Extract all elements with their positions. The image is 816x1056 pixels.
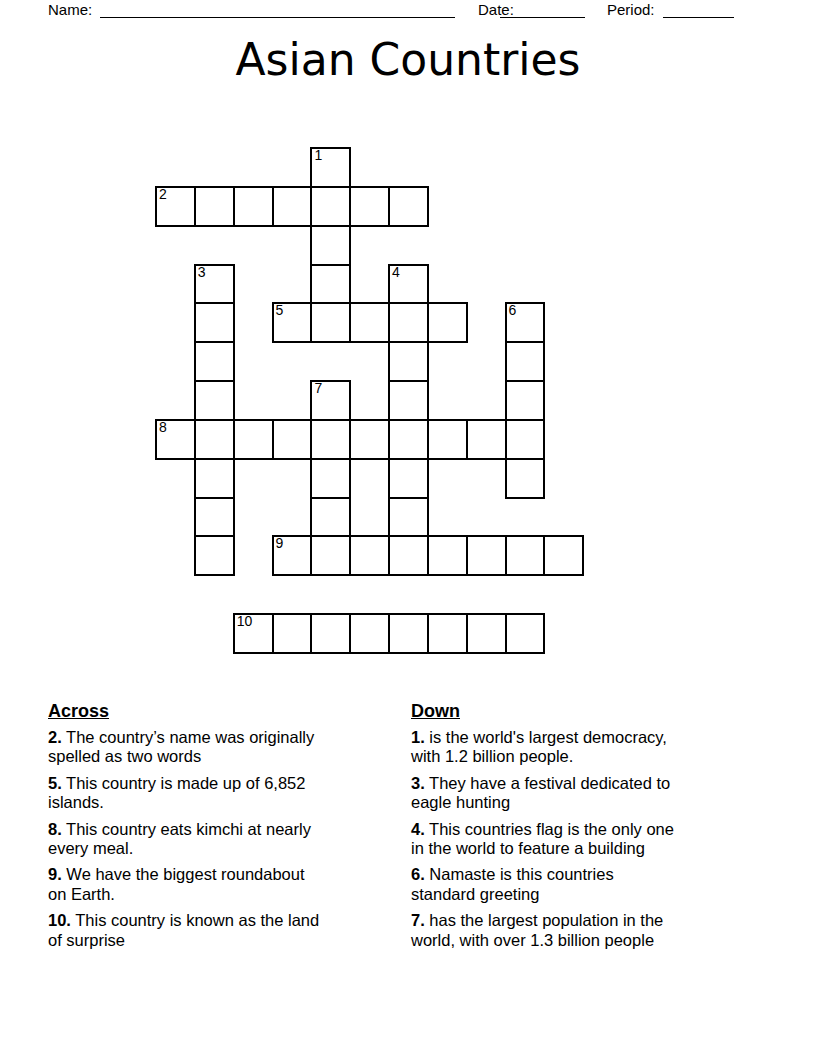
clue-number: 3: [198, 266, 206, 279]
crossword-cell[interactable]: [506, 342, 545, 381]
blocked-cell: [350, 459, 389, 498]
crossword-cell[interactable]: [350, 187, 389, 226]
blocked-cell: [156, 575, 195, 614]
blocked-cell: [506, 148, 545, 187]
blocked-cell: [273, 498, 312, 537]
crossword-cell[interactable]: [389, 381, 428, 420]
crossword-cell[interactable]: [389, 614, 428, 653]
blocked-cell: [350, 498, 389, 537]
crossword-cell[interactable]: 5: [273, 303, 312, 342]
blocked-cell: [350, 226, 389, 265]
crossword-cell[interactable]: [506, 536, 545, 575]
clue-across-2: 2. The country’s name was originallyspel…: [48, 728, 398, 767]
crossword-cell[interactable]: [234, 187, 273, 226]
blocked-cell: [234, 381, 273, 420]
clue-number-label: 4.: [411, 820, 425, 838]
crossword-cell[interactable]: [195, 303, 234, 342]
crossword-cell[interactable]: [428, 303, 467, 342]
crossword-cell[interactable]: [311, 226, 350, 265]
clue-number-label: 5.: [48, 774, 62, 792]
blocked-cell: [195, 148, 234, 187]
blocked-cell: [389, 575, 428, 614]
blocked-cell: [234, 148, 273, 187]
crossword-cell[interactable]: [389, 536, 428, 575]
crossword-cell[interactable]: [273, 420, 312, 459]
crossword-cell[interactable]: [311, 265, 350, 304]
crossword-grid: 12345678910: [156, 148, 583, 653]
blocked-cell: [273, 265, 312, 304]
blocked-cell: [428, 381, 467, 420]
blocked-cell: [428, 187, 467, 226]
crossword-cell[interactable]: [195, 187, 234, 226]
clue-down-3: 3. They have a festival dedicated toeagl…: [411, 774, 796, 813]
blocked-cell: [544, 498, 583, 537]
blocked-cell: [389, 226, 428, 265]
blocked-cell: [389, 148, 428, 187]
crossword-cell[interactable]: [311, 420, 350, 459]
blocked-cell: [156, 303, 195, 342]
blocked-cell: [428, 459, 467, 498]
crossword-cell[interactable]: [467, 614, 506, 653]
blocked-cell: [156, 381, 195, 420]
blocked-cell: [428, 148, 467, 187]
down-heading: Down: [411, 701, 796, 722]
blocked-cell: [544, 614, 583, 653]
crossword-cell[interactable]: [389, 420, 428, 459]
blocked-cell: [156, 498, 195, 537]
clue-number-label: 3.: [411, 774, 425, 792]
blocked-cell: [467, 226, 506, 265]
blocked-cell: [428, 265, 467, 304]
blocked-cell: [506, 498, 545, 537]
crossword-cell[interactable]: [389, 187, 428, 226]
clue-number: 4: [392, 266, 400, 279]
crossword-cell[interactable]: [311, 498, 350, 537]
blocked-cell: [544, 148, 583, 187]
crossword-cell[interactable]: [195, 498, 234, 537]
clue-across-5: 5. This country is made up of 6,852islan…: [48, 774, 398, 813]
blocked-cell: [467, 303, 506, 342]
crossword-cell[interactable]: [273, 187, 312, 226]
blocked-cell: [273, 226, 312, 265]
blocked-cell: [467, 187, 506, 226]
blocked-cell: [506, 226, 545, 265]
name-label: Name:: [48, 1, 92, 18]
clue-number-label: 7.: [411, 911, 425, 929]
crossword-cell[interactable]: [389, 342, 428, 381]
blocked-cell: [234, 303, 273, 342]
crossword-cell[interactable]: 9: [273, 536, 312, 575]
crossword-cell[interactable]: [389, 498, 428, 537]
crossword-cell[interactable]: [234, 420, 273, 459]
clue-number: 1: [314, 149, 322, 162]
blocked-cell: [544, 459, 583, 498]
across-clues-list: 2. The country’s name was originallyspel…: [48, 728, 398, 950]
crossword-cell[interactable]: 6: [506, 303, 545, 342]
blocked-cell: [467, 459, 506, 498]
clue-number-label: 10.: [48, 911, 71, 929]
clue-across-9: 9. We have the biggest roundabouton Eart…: [48, 865, 398, 904]
name-blank-line[interactable]: [100, 0, 455, 18]
blocked-cell: [467, 342, 506, 381]
blocked-cell: [544, 226, 583, 265]
crossword-cell[interactable]: [311, 536, 350, 575]
blocked-cell: [311, 342, 350, 381]
clue-number-label: 6.: [411, 865, 425, 883]
clue-down-4: 4. This countries flag is the only onein…: [411, 820, 796, 859]
clue-number: 10: [237, 615, 253, 628]
blocked-cell: [156, 614, 195, 653]
blocked-cell: [156, 148, 195, 187]
blocked-cell: [544, 420, 583, 459]
blocked-cell: [156, 342, 195, 381]
crossword-cell[interactable]: [389, 303, 428, 342]
blocked-cell: [544, 342, 583, 381]
blocked-cell: [350, 265, 389, 304]
blocked-cell: [544, 265, 583, 304]
across-section: Across 2. The country’s name was origina…: [48, 701, 398, 957]
blocked-cell: [506, 187, 545, 226]
crossword-cell[interactable]: [195, 342, 234, 381]
blocked-cell: [234, 265, 273, 304]
crossword-cell[interactable]: [506, 614, 545, 653]
clue-number: 9: [276, 537, 284, 550]
crossword-cell[interactable]: [311, 614, 350, 653]
crossword-cell[interactable]: [506, 420, 545, 459]
clue-number: 5: [276, 304, 284, 317]
clue-down-1: 1. is the world's largest democracy,with…: [411, 728, 796, 767]
crossword-cell[interactable]: [467, 536, 506, 575]
blocked-cell: [544, 381, 583, 420]
blocked-cell: [234, 536, 273, 575]
crossword-cell[interactable]: 7: [311, 381, 350, 420]
blocked-cell: [156, 226, 195, 265]
crossword-cell[interactable]: [195, 420, 234, 459]
clue-across-10: 10. This country is known as the landof …: [48, 911, 398, 950]
crossword-cell[interactable]: 10: [234, 614, 273, 653]
blocked-cell: [156, 265, 195, 304]
crossword-cell[interactable]: [195, 536, 234, 575]
blocked-cell: [234, 498, 273, 537]
blocked-cell: [467, 498, 506, 537]
blocked-cell: [273, 459, 312, 498]
clue-number-label: 2.: [48, 728, 62, 746]
clue-number: 2: [159, 188, 167, 201]
crossword-cell[interactable]: [311, 187, 350, 226]
clue-number: 6: [509, 304, 517, 317]
blocked-cell: [544, 187, 583, 226]
blocked-cell: [467, 148, 506, 187]
period-blank-line[interactable]: [663, 0, 734, 18]
blocked-cell: [195, 226, 234, 265]
blocked-cell: [544, 575, 583, 614]
blocked-cell: [467, 265, 506, 304]
blocked-cell: [428, 575, 467, 614]
clue-number-label: 9.: [48, 865, 62, 883]
blocked-cell: [273, 575, 312, 614]
crossword-cell[interactable]: [467, 420, 506, 459]
blocked-cell: [234, 575, 273, 614]
blocked-cell: [350, 575, 389, 614]
crossword-cell[interactable]: [350, 420, 389, 459]
blocked-cell: [234, 459, 273, 498]
blocked-cell: [234, 226, 273, 265]
clue-down-7: 7. has the largest population in theworl…: [411, 911, 796, 950]
crossword-cell[interactable]: [195, 459, 234, 498]
clue-number: 7: [314, 382, 322, 395]
blocked-cell: [428, 342, 467, 381]
blocked-cell: [467, 381, 506, 420]
blocked-cell: [350, 342, 389, 381]
blocked-cell: [195, 614, 234, 653]
date-blank-line[interactable]: [500, 0, 585, 18]
crossword-cell[interactable]: 8: [156, 420, 195, 459]
clue-across-8: 8. This country eats kimchi at nearlyeve…: [48, 820, 398, 859]
down-clues-list: 1. is the world's largest democracy,with…: [411, 728, 796, 950]
blocked-cell: [273, 342, 312, 381]
blocked-cell: [273, 148, 312, 187]
crossword-cell[interactable]: [350, 536, 389, 575]
blocked-cell: [544, 303, 583, 342]
crossword-cell[interactable]: [428, 536, 467, 575]
crossword-cell[interactable]: [311, 459, 350, 498]
blocked-cell: [467, 575, 506, 614]
crossword-cell[interactable]: [350, 614, 389, 653]
blocked-cell: [428, 226, 467, 265]
crossword-cell[interactable]: [428, 614, 467, 653]
crossword-cell[interactable]: [350, 303, 389, 342]
crossword-cell[interactable]: [273, 614, 312, 653]
crossword-cell[interactable]: 2: [156, 187, 195, 226]
clue-number-label: 1.: [411, 728, 425, 746]
down-section: Down 1. is the world's largest democracy…: [411, 701, 796, 957]
blocked-cell: [311, 575, 350, 614]
crossword-cell[interactable]: [195, 381, 234, 420]
blocked-cell: [350, 148, 389, 187]
clue-number-label: 8.: [48, 820, 62, 838]
blocked-cell: [195, 575, 234, 614]
blocked-cell: [234, 342, 273, 381]
crossword-cell[interactable]: [428, 420, 467, 459]
blocked-cell: [350, 381, 389, 420]
crossword-cell[interactable]: [544, 536, 583, 575]
blocked-cell: [156, 536, 195, 575]
blocked-cell: [156, 459, 195, 498]
blocked-cell: [428, 498, 467, 537]
crossword-cell[interactable]: [311, 303, 350, 342]
blocked-cell: [273, 381, 312, 420]
across-heading: Across: [48, 701, 398, 722]
blocked-cell: [506, 575, 545, 614]
crossword-cell[interactable]: 1: [311, 148, 350, 187]
period-label: Period:: [607, 1, 655, 18]
blocked-cell: [506, 265, 545, 304]
crossword-cell[interactable]: [389, 459, 428, 498]
page-title: Asian Countries: [0, 33, 816, 87]
clue-number: 8: [159, 421, 167, 434]
clue-down-6: 6. Namaste is this countriesstandard gre…: [411, 865, 796, 904]
crossword-cell[interactable]: [506, 381, 545, 420]
crossword-cell[interactable]: [506, 459, 545, 498]
crossword-cell[interactable]: 4: [389, 265, 428, 304]
crossword-cell[interactable]: 3: [195, 265, 234, 304]
